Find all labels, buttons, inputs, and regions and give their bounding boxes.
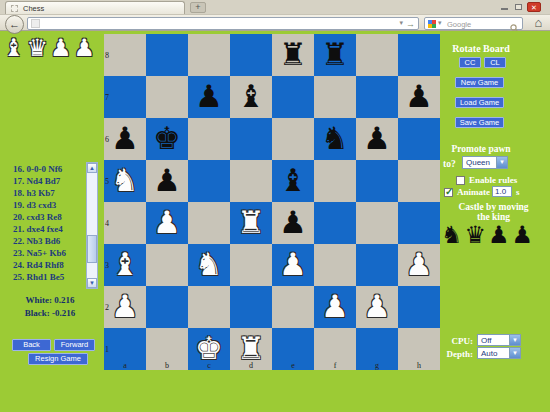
square-e2[interactable]: [272, 286, 314, 328]
file-label: h: [398, 361, 440, 370]
black-king[interactable]: ♚: [146, 118, 188, 160]
load-game-button[interactable]: Load Game: [455, 97, 504, 108]
square-c7[interactable]: ♟: [188, 76, 230, 118]
square-f8[interactable]: ♜: [314, 34, 356, 76]
restore-button[interactable]: [513, 2, 524, 12]
square-b1[interactable]: b: [146, 328, 188, 370]
square-c1[interactable]: c♚: [188, 328, 230, 370]
square-f5[interactable]: [314, 160, 356, 202]
save-game-button[interactable]: Save Game: [455, 117, 504, 128]
black-evaluation: Black: -0.216: [8, 308, 92, 318]
square-h8[interactable]: [398, 34, 440, 76]
file-label: a: [104, 361, 146, 370]
square-b4[interactable]: ♟: [146, 202, 188, 244]
tab-favicon-icon: [11, 5, 18, 12]
white-pawn[interactable]: ♟: [356, 286, 398, 328]
chess-app: ♝♛♟♟ ♞♛♟♟ 8♜♜7♟♝♟6♟♚♞♟5♞♟♝4♟♜♟3♝♞♟♟2♟♟♟1…: [0, 31, 550, 412]
square-e8[interactable]: ♜: [272, 34, 314, 76]
black-pawn[interactable]: ♟: [398, 76, 440, 118]
square-h1[interactable]: h: [398, 328, 440, 370]
captured-white-bishop: ♝: [3, 35, 25, 61]
castle-hint-line2: the king: [446, 212, 541, 222]
square-a6[interactable]: 6♟: [104, 118, 146, 160]
back-nav-button[interactable]: ←: [5, 15, 24, 34]
cpu-select-value: Off: [481, 336, 492, 345]
square-a2[interactable]: 2♟: [104, 286, 146, 328]
black-rook[interactable]: ♜: [272, 34, 314, 76]
square-a1[interactable]: 1a: [104, 328, 146, 370]
new-game-button[interactable]: New Game: [455, 77, 504, 88]
url-dropdown-icon[interactable]: ▾: [399, 19, 403, 27]
move-entry: 23. Na5+ Kb6: [13, 247, 85, 259]
enable-rules-label: Enable rules: [469, 175, 517, 185]
black-bishop[interactable]: ♝: [230, 76, 272, 118]
square-a7[interactable]: 7: [104, 76, 146, 118]
chevron-down-icon[interactable]: ▼: [509, 335, 520, 345]
cpu-label: CPU:: [440, 336, 473, 346]
square-h6[interactable]: [398, 118, 440, 160]
back-move-button[interactable]: Back: [12, 339, 51, 351]
file-label: b: [146, 361, 188, 370]
square-f4[interactable]: [314, 202, 356, 244]
resign-game-button[interactable]: Resign Game: [28, 353, 88, 365]
minimize-button[interactable]: [499, 2, 510, 12]
square-g7[interactable]: [356, 76, 398, 118]
search-input[interactable]: ▾ Google: [424, 17, 523, 30]
rotate-cc-button[interactable]: CC: [459, 57, 481, 68]
black-pawn[interactable]: ♟: [356, 118, 398, 160]
minimize-icon: [501, 8, 508, 10]
promote-select-value: Queen: [466, 158, 490, 167]
square-g1[interactable]: g: [356, 328, 398, 370]
captured-black-pawn: ♟: [512, 222, 534, 248]
home-button[interactable]: ⌂: [530, 15, 547, 31]
depth-label: Depth:: [437, 349, 473, 359]
captured-white-queen: ♛: [27, 35, 49, 61]
captured-black-queen: ♛: [465, 222, 487, 248]
square-c6[interactable]: [188, 118, 230, 160]
white-bishop[interactable]: ♝: [104, 244, 146, 286]
white-rook[interactable]: ♜: [230, 202, 272, 244]
white-knight[interactable]: ♞: [104, 160, 146, 202]
promote-pawn-label: Promote pawn: [440, 144, 522, 154]
white-pawn[interactable]: ♟: [146, 202, 188, 244]
search-engine-dropdown-icon[interactable]: ▾: [438, 19, 442, 27]
black-pawn[interactable]: ♟: [146, 160, 188, 202]
promote-select[interactable]: Queen ▼: [462, 156, 508, 169]
move-entry: 17. Nd4 Bd7: [13, 175, 85, 187]
black-pawn[interactable]: ♟: [104, 118, 146, 160]
black-bishop[interactable]: ♝: [272, 160, 314, 202]
square-b8[interactable]: [146, 34, 188, 76]
square-d1[interactable]: d♜: [230, 328, 272, 370]
square-g6[interactable]: ♟: [356, 118, 398, 160]
file-label: f: [314, 361, 356, 370]
square-e7[interactable]: [272, 76, 314, 118]
close-button[interactable]: ✕: [527, 2, 541, 12]
move-entry: 18. h3 Kb7: [13, 187, 85, 199]
square-g2[interactable]: ♟: [356, 286, 398, 328]
white-knight[interactable]: ♞: [188, 244, 230, 286]
move-entry: 25. Rhd1 Be5: [13, 271, 85, 283]
enable-rules-checkbox[interactable]: [456, 176, 465, 185]
file-label: e: [272, 361, 314, 370]
square-c5[interactable]: [188, 160, 230, 202]
search-placeholder: Google: [447, 20, 471, 29]
white-king[interactable]: ♚: [188, 328, 230, 370]
browser-window: Chess + ✕ ← ▾ → ▾ Google ⌂ ♝♛♟♟ ♞♛♟♟ 8♜♜…: [0, 0, 550, 412]
square-c2[interactable]: [188, 286, 230, 328]
white-pawn[interactable]: ♟: [272, 244, 314, 286]
depth-select[interactable]: Auto ▼: [477, 347, 521, 359]
square-a5[interactable]: 5♞: [104, 160, 146, 202]
rank-label: 8: [105, 51, 109, 60]
square-g5[interactable]: [356, 160, 398, 202]
square-f3[interactable]: [314, 244, 356, 286]
square-d3[interactable]: [230, 244, 272, 286]
page-favicon-icon: [31, 19, 40, 28]
rank-label: 1: [105, 345, 109, 354]
black-rook[interactable]: ♜: [314, 34, 356, 76]
black-pawn[interactable]: ♟: [272, 202, 314, 244]
search-engine-icon[interactable]: [428, 20, 436, 28]
animate-seconds-input[interactable]: 1.0: [492, 186, 512, 197]
square-e1[interactable]: e: [272, 328, 314, 370]
square-h5[interactable]: [398, 160, 440, 202]
square-e4[interactable]: ♟: [272, 202, 314, 244]
animate-label: Animate: [457, 187, 490, 197]
square-b7[interactable]: [146, 76, 188, 118]
square-d6[interactable]: [230, 118, 272, 160]
captured-white-pawn: ♟: [74, 35, 96, 61]
move-entry: 21. dxe4 fxe4: [13, 223, 85, 235]
chess-board[interactable]: 8♜♜7♟♝♟6♟♚♞♟5♞♟♝4♟♜♟3♝♞♟♟2♟♟♟1abc♚d♜efgh: [104, 34, 440, 370]
square-d5[interactable]: [230, 160, 272, 202]
square-h2[interactable]: [398, 286, 440, 328]
depth-select-value: Auto: [481, 349, 497, 358]
animate-checkbox[interactable]: ✓: [444, 188, 453, 197]
castle-hint-line1: Castle by moving: [446, 202, 541, 212]
square-g8[interactable]: [356, 34, 398, 76]
captured-black-pawn: ♟: [488, 222, 510, 248]
rotate-cl-button[interactable]: CL: [484, 57, 506, 68]
white-pawn[interactable]: ♟: [398, 244, 440, 286]
rank-label: 7: [105, 93, 109, 102]
square-c8[interactable]: [188, 34, 230, 76]
square-e6[interactable]: [272, 118, 314, 160]
scroll-down-icon[interactable]: ▼: [87, 278, 97, 288]
square-c3[interactable]: ♞: [188, 244, 230, 286]
black-pawn[interactable]: ♟: [188, 76, 230, 118]
square-f2[interactable]: ♟: [314, 286, 356, 328]
chevron-down-icon[interactable]: ▼: [496, 157, 507, 168]
white-pawn[interactable]: ♟: [104, 286, 146, 328]
move-entry: 16. 0-0-0 Nf6: [13, 163, 85, 175]
square-g3[interactable]: [356, 244, 398, 286]
square-h3[interactable]: ♟: [398, 244, 440, 286]
scroll-up-icon[interactable]: ▲: [87, 163, 97, 173]
captured-white-pieces-tray: ♝♛♟♟: [3, 35, 95, 61]
square-f6[interactable]: ♞: [314, 118, 356, 160]
square-b3[interactable]: [146, 244, 188, 286]
forward-move-button[interactable]: Forward: [54, 339, 95, 351]
captured-black-knight: ♞: [441, 222, 463, 248]
move-entry: 19. d3 cxd3: [13, 199, 85, 211]
tab-title: Chess: [23, 4, 44, 13]
animate-unit-label: s: [516, 187, 520, 197]
square-h7[interactable]: ♟: [398, 76, 440, 118]
rotate-board-label: Rotate Board: [440, 43, 522, 54]
new-tab-button[interactable]: +: [190, 2, 206, 13]
square-d2[interactable]: [230, 286, 272, 328]
square-d8[interactable]: [230, 34, 272, 76]
square-g4[interactable]: [356, 202, 398, 244]
checkmark-icon: ✓: [445, 186, 453, 197]
go-arrow-icon[interactable]: →: [406, 19, 415, 29]
restore-icon: [515, 4, 522, 10]
promote-to-label: to?: [443, 159, 456, 169]
captured-white-pawn: ♟: [50, 35, 72, 61]
square-f7[interactable]: [314, 76, 356, 118]
white-evaluation: White: 0.216: [8, 295, 92, 305]
white-pawn[interactable]: ♟: [314, 286, 356, 328]
black-knight[interactable]: ♞: [314, 118, 356, 160]
file-label: g: [356, 361, 398, 370]
square-b6[interactable]: ♚: [146, 118, 188, 160]
move-list-scrollbar[interactable]: ▲ ▼: [86, 162, 98, 289]
square-b2[interactable]: [146, 286, 188, 328]
rank-label: 4: [105, 219, 109, 228]
square-a8[interactable]: 8: [104, 34, 146, 76]
white-rook[interactable]: ♜: [230, 328, 272, 370]
square-d7[interactable]: ♝: [230, 76, 272, 118]
square-a3[interactable]: 3♝: [104, 244, 146, 286]
move-list: 16. 0-0-0 Nf617. Nd4 Bd718. h3 Kb719. d3…: [13, 163, 85, 283]
square-d4[interactable]: ♜: [230, 202, 272, 244]
chevron-down-icon[interactable]: ▼: [509, 348, 520, 358]
square-a4[interactable]: 4: [104, 202, 146, 244]
square-b5[interactable]: ♟: [146, 160, 188, 202]
square-f1[interactable]: f: [314, 328, 356, 370]
square-h4[interactable]: [398, 202, 440, 244]
cpu-select[interactable]: Off ▼: [477, 334, 521, 346]
tab-bar: Chess + ✕: [0, 0, 550, 14]
move-entry: 20. cxd3 Re8: [13, 211, 85, 223]
url-bar[interactable]: ▾ →: [27, 17, 419, 30]
captured-black-pieces-tray: ♞♛♟♟: [441, 222, 533, 248]
square-e5[interactable]: ♝: [272, 160, 314, 202]
tab-chess[interactable]: Chess: [5, 1, 185, 14]
move-entry: 24. Rd4 Rhf8: [13, 259, 85, 271]
move-entry: 22. Nb3 Bd6: [13, 235, 85, 247]
square-e3[interactable]: ♟: [272, 244, 314, 286]
scrollbar-thumb[interactable]: [87, 235, 97, 263]
square-c4[interactable]: [188, 202, 230, 244]
